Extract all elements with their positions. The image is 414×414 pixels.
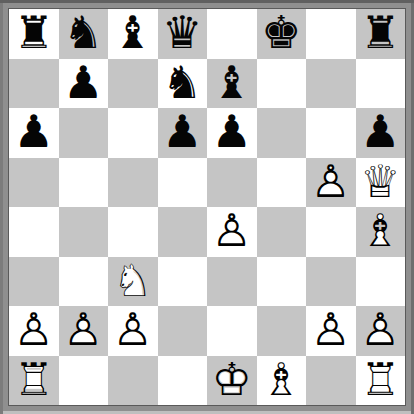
piece-glyph: ♚ xyxy=(261,10,301,55)
square-f1[interactable]: ♝♗ xyxy=(257,356,307,406)
piece-outline-layer: ♕ xyxy=(360,159,400,204)
square-d3[interactable] xyxy=(158,257,208,307)
black-pawn-piece: ♟ xyxy=(59,59,109,109)
white-pawn-piece: ♟♙ xyxy=(59,306,109,356)
square-d4[interactable] xyxy=(158,207,208,257)
piece-glyph: ♟ xyxy=(360,109,400,154)
piece-outline-layer: ♙ xyxy=(63,307,103,352)
square-a2[interactable]: ♟♙ xyxy=(9,306,59,356)
square-g1[interactable] xyxy=(306,356,356,406)
piece-outline-layer: ♗ xyxy=(360,208,400,253)
square-e1[interactable]: ♚♔ xyxy=(207,356,257,406)
white-rook-piece: ♜♖ xyxy=(356,356,406,406)
black-bishop-piece: ♝ xyxy=(207,59,257,109)
piece-outline-layer: ♙ xyxy=(113,307,153,352)
piece-outline-layer: ♙ xyxy=(14,307,54,352)
square-h5[interactable]: ♛♕ xyxy=(356,158,406,208)
white-pawn-piece: ♟♙ xyxy=(9,306,59,356)
piece-glyph: ♜ xyxy=(14,10,54,55)
black-pawn-piece: ♟ xyxy=(356,108,406,158)
piece-glyph: ♟ xyxy=(63,60,103,105)
square-a4[interactable] xyxy=(9,207,59,257)
white-queen-piece: ♛♕ xyxy=(356,158,406,208)
square-g5[interactable]: ♟♙ xyxy=(306,158,356,208)
square-e7[interactable]: ♝ xyxy=(207,59,257,109)
square-c4[interactable] xyxy=(108,207,158,257)
square-h4[interactable]: ♝♗ xyxy=(356,207,406,257)
square-d7[interactable]: ♞ xyxy=(158,59,208,109)
square-g8[interactable] xyxy=(306,9,356,59)
square-d5[interactable] xyxy=(158,158,208,208)
square-e3[interactable] xyxy=(207,257,257,307)
square-h2[interactable]: ♟♙ xyxy=(356,306,406,356)
piece-outline-layer: ♔ xyxy=(212,357,252,402)
piece-glyph: ♜ xyxy=(360,10,400,55)
square-b5[interactable] xyxy=(59,158,109,208)
black-rook-piece: ♜ xyxy=(356,9,406,59)
square-g4[interactable] xyxy=(306,207,356,257)
square-g3[interactable] xyxy=(306,257,356,307)
white-pawn-piece: ♟♙ xyxy=(306,306,356,356)
white-rook-piece: ♜♖ xyxy=(9,356,59,406)
square-h3[interactable] xyxy=(356,257,406,307)
square-g2[interactable]: ♟♙ xyxy=(306,306,356,356)
piece-glyph: ♞ xyxy=(63,10,103,55)
black-queen-piece: ♛ xyxy=(158,9,208,59)
black-bishop-piece: ♝ xyxy=(108,9,158,59)
piece-glyph: ♞ xyxy=(162,60,202,105)
square-a6[interactable]: ♟ xyxy=(9,108,59,158)
piece-glyph: ♛ xyxy=(162,10,202,55)
square-a7[interactable] xyxy=(9,59,59,109)
square-f7[interactable] xyxy=(257,59,307,109)
black-king-piece: ♚ xyxy=(257,9,307,59)
square-g6[interactable] xyxy=(306,108,356,158)
square-e8[interactable] xyxy=(207,9,257,59)
black-pawn-piece: ♟ xyxy=(9,108,59,158)
square-g7[interactable] xyxy=(306,59,356,109)
square-c3[interactable]: ♞♘ xyxy=(108,257,158,307)
square-f4[interactable] xyxy=(257,207,307,257)
square-e2[interactable] xyxy=(207,306,257,356)
piece-outline-layer: ♗ xyxy=(261,357,301,402)
square-c6[interactable] xyxy=(108,108,158,158)
white-pawn-piece: ♟♙ xyxy=(108,306,158,356)
square-a3[interactable] xyxy=(9,257,59,307)
white-pawn-piece: ♟♙ xyxy=(207,207,257,257)
black-knight-piece: ♞ xyxy=(158,59,208,109)
piece-outline-layer: ♙ xyxy=(360,307,400,352)
square-h1[interactable]: ♜♖ xyxy=(356,356,406,406)
square-b1[interactable] xyxy=(59,356,109,406)
square-f5[interactable] xyxy=(257,158,307,208)
square-e5[interactable] xyxy=(207,158,257,208)
square-f8[interactable]: ♚ xyxy=(257,9,307,59)
square-f2[interactable] xyxy=(257,306,307,356)
chess-board: ♜♞♝♛♚♜♟♞♝♟♟♟♟♟♙♛♕♟♙♝♗♞♘♟♙♟♙♟♙♟♙♟♙♜♖♚♔♝♗♜… xyxy=(9,9,405,405)
square-h6[interactable]: ♟ xyxy=(356,108,406,158)
square-f3[interactable] xyxy=(257,257,307,307)
black-knight-piece: ♞ xyxy=(59,9,109,59)
piece-outline-layer: ♖ xyxy=(14,357,54,402)
square-e4[interactable]: ♟♙ xyxy=(207,207,257,257)
white-pawn-piece: ♟♙ xyxy=(356,306,406,356)
piece-outline-layer: ♘ xyxy=(113,258,153,303)
black-pawn-piece: ♟ xyxy=(207,108,257,158)
white-bishop-piece: ♝♗ xyxy=(356,207,406,257)
square-c7[interactable] xyxy=(108,59,158,109)
black-rook-piece: ♜ xyxy=(9,9,59,59)
square-c5[interactable] xyxy=(108,158,158,208)
white-bishop-piece: ♝♗ xyxy=(257,356,307,406)
piece-outline-layer: ♙ xyxy=(311,159,351,204)
square-a1[interactable]: ♜♖ xyxy=(9,356,59,406)
square-d8[interactable]: ♛ xyxy=(158,9,208,59)
piece-outline-layer: ♙ xyxy=(212,208,252,253)
piece-outline-layer: ♖ xyxy=(360,357,400,402)
black-pawn-piece: ♟ xyxy=(158,108,208,158)
square-b4[interactable] xyxy=(59,207,109,257)
square-c8[interactable]: ♝ xyxy=(108,9,158,59)
square-d6[interactable]: ♟ xyxy=(158,108,208,158)
square-b8[interactable]: ♞ xyxy=(59,9,109,59)
square-h7[interactable] xyxy=(356,59,406,109)
square-c1[interactable] xyxy=(108,356,158,406)
white-king-piece: ♚♔ xyxy=(207,356,257,406)
white-pawn-piece: ♟♙ xyxy=(306,158,356,208)
white-knight-piece: ♞♘ xyxy=(108,257,158,307)
square-f6[interactable] xyxy=(257,108,307,158)
square-e6[interactable]: ♟ xyxy=(207,108,257,158)
piece-glyph: ♝ xyxy=(113,10,153,55)
piece-glyph: ♟ xyxy=(162,109,202,154)
square-b2[interactable]: ♟♙ xyxy=(59,306,109,356)
square-b3[interactable] xyxy=(59,257,109,307)
piece-glyph: ♟ xyxy=(14,109,54,154)
square-a5[interactable] xyxy=(9,158,59,208)
square-a8[interactable]: ♜ xyxy=(9,9,59,59)
square-b6[interactable] xyxy=(59,108,109,158)
square-c2[interactable]: ♟♙ xyxy=(108,306,158,356)
piece-glyph: ♟ xyxy=(212,109,252,154)
square-d2[interactable] xyxy=(158,306,208,356)
square-d1[interactable] xyxy=(158,356,208,406)
piece-glyph: ♝ xyxy=(212,60,252,105)
square-h8[interactable]: ♜ xyxy=(356,9,406,59)
piece-outline-layer: ♙ xyxy=(311,307,351,352)
board-frame: ♜♞♝♛♚♜♟♞♝♟♟♟♟♟♙♛♕♟♙♝♗♞♘♟♙♟♙♟♙♟♙♟♙♜♖♚♔♝♗♜… xyxy=(0,0,414,414)
square-b7[interactable]: ♟ xyxy=(59,59,109,109)
